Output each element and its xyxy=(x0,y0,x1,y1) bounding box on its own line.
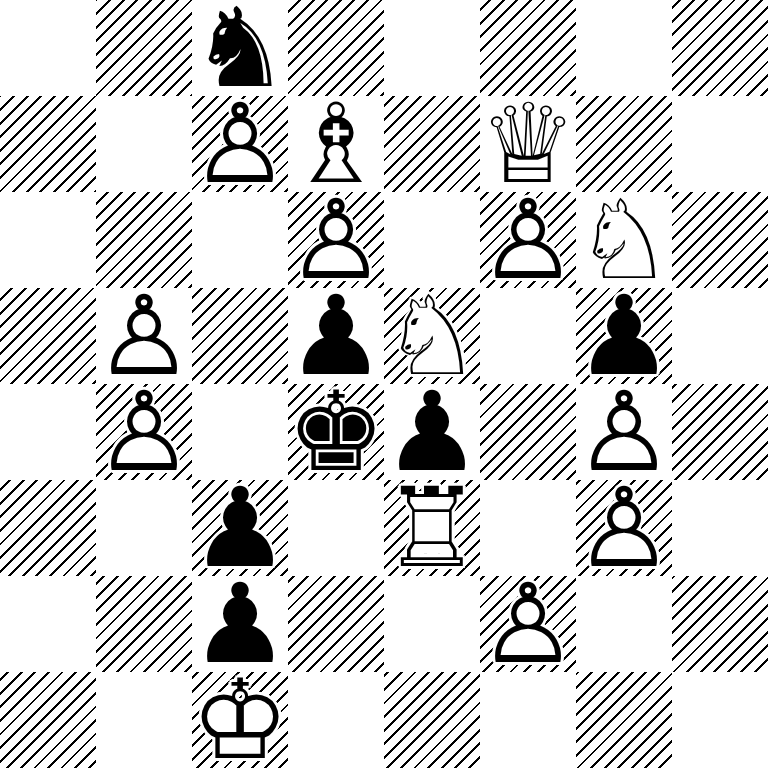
piece-white-pawn[interactable]: ♟♙ xyxy=(480,192,576,288)
square-h8[interactable] xyxy=(672,0,768,96)
square-h1[interactable] xyxy=(672,672,768,768)
square-b3[interactable] xyxy=(96,480,192,576)
square-a2[interactable] xyxy=(0,576,96,672)
piece-white-pawn[interactable]: ♟♙ xyxy=(192,96,288,192)
square-f4[interactable] xyxy=(480,384,576,480)
square-h7[interactable] xyxy=(672,96,768,192)
square-a6[interactable] xyxy=(0,192,96,288)
square-c1[interactable]: ♚♔ xyxy=(192,672,288,768)
piece-white-rook[interactable]: ♜♖ xyxy=(384,480,480,576)
square-e8[interactable] xyxy=(384,0,480,96)
square-d3[interactable] xyxy=(288,480,384,576)
square-b2[interactable] xyxy=(96,576,192,672)
square-a5[interactable] xyxy=(0,288,96,384)
square-h4[interactable] xyxy=(672,384,768,480)
square-h6[interactable] xyxy=(672,192,768,288)
square-c5[interactable] xyxy=(192,288,288,384)
square-e3[interactable]: ♜♖ xyxy=(384,480,480,576)
square-d4[interactable]: ♚♚ xyxy=(288,384,384,480)
white-pawn-icon: ♙ xyxy=(480,576,576,672)
white-king-icon: ♔ xyxy=(192,672,288,768)
square-a3[interactable] xyxy=(0,480,96,576)
square-e1[interactable] xyxy=(384,672,480,768)
square-b4[interactable]: ♟♙ xyxy=(96,384,192,480)
piece-black-king[interactable]: ♚♚ xyxy=(288,384,384,480)
square-a1[interactable] xyxy=(0,672,96,768)
white-pawn-icon: ♙ xyxy=(96,384,192,480)
white-pawn-icon: ♙ xyxy=(480,192,576,288)
square-a4[interactable] xyxy=(0,384,96,480)
square-h3[interactable] xyxy=(672,480,768,576)
white-pawn-icon: ♙ xyxy=(192,96,288,192)
square-f1[interactable] xyxy=(480,672,576,768)
square-c6[interactable] xyxy=(192,192,288,288)
white-pawn-icon: ♙ xyxy=(576,480,672,576)
square-a7[interactable] xyxy=(0,96,96,192)
square-b8[interactable] xyxy=(96,0,192,96)
white-rook-icon: ♖ xyxy=(384,480,480,576)
piece-white-pawn[interactable]: ♟♙ xyxy=(96,384,192,480)
square-h5[interactable] xyxy=(672,288,768,384)
chess-board: ♞♞♟♙♝♗♛♕♟♙♟♙♞♘♟♙♟♟♞♘♟♟♟♙♚♚♟♟♟♙♟♟♜♖♟♙♟♟♟♙… xyxy=(0,0,768,768)
square-g3[interactable]: ♟♙ xyxy=(576,480,672,576)
square-a8[interactable] xyxy=(0,0,96,96)
square-e2[interactable] xyxy=(384,576,480,672)
square-g2[interactable] xyxy=(576,576,672,672)
piece-white-pawn[interactable]: ♟♙ xyxy=(576,480,672,576)
square-d2[interactable] xyxy=(288,576,384,672)
square-b1[interactable] xyxy=(96,672,192,768)
square-f2[interactable]: ♟♙ xyxy=(480,576,576,672)
square-c7[interactable]: ♟♙ xyxy=(192,96,288,192)
square-g8[interactable] xyxy=(576,0,672,96)
square-d1[interactable] xyxy=(288,672,384,768)
square-f5[interactable] xyxy=(480,288,576,384)
piece-white-king[interactable]: ♚♔ xyxy=(192,672,288,768)
square-e7[interactable] xyxy=(384,96,480,192)
square-h2[interactable] xyxy=(672,576,768,672)
black-king-icon: ♚ xyxy=(288,384,384,480)
piece-white-pawn[interactable]: ♟♙ xyxy=(480,576,576,672)
square-b7[interactable] xyxy=(96,96,192,192)
square-g1[interactable] xyxy=(576,672,672,768)
square-f6[interactable]: ♟♙ xyxy=(480,192,576,288)
